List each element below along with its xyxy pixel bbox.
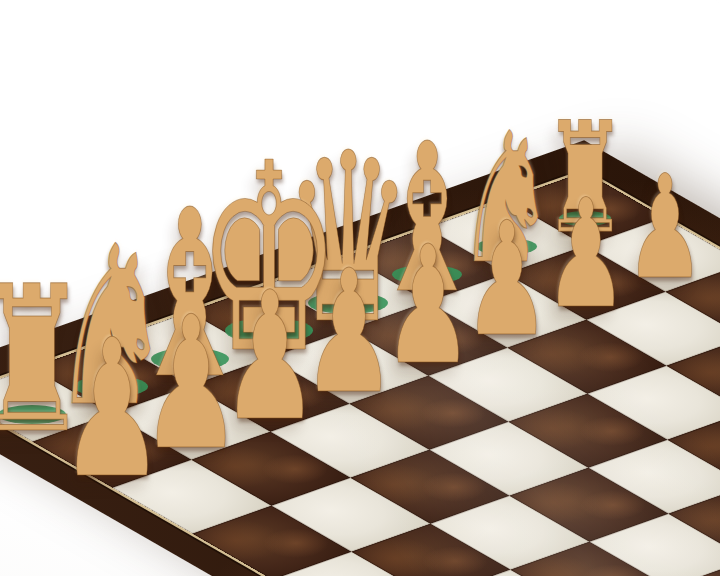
photo-backdrop: ♜♞♝♛♚♝♞♜♟♟♟♟♟♟♟♟ xyxy=(0,0,720,576)
piece-white-pawn-b2: ♟ xyxy=(544,179,627,329)
pieces-layer: ♜♞♝♛♚♝♞♜♟♟♟♟♟♟♟♟ xyxy=(0,0,720,576)
piece-white-pawn-h2: ♟ xyxy=(59,315,165,505)
piece-white-pawn-a2: ♟ xyxy=(625,156,704,299)
piece-white-pawn-c2: ♟ xyxy=(463,201,550,358)
piece-white-pawn-d2: ♟ xyxy=(383,224,474,387)
